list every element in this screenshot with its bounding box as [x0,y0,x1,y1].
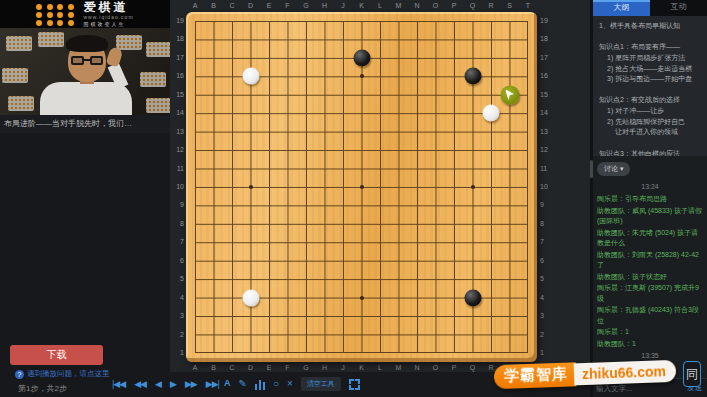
board-number: 13 [170,128,184,136]
fullscreen-icon[interactable] [349,379,360,390]
outline-line [599,138,703,149]
board-number: 4 [170,294,184,302]
board-letter: C [229,364,234,372]
board-number: 8 [170,220,184,228]
brand-title: 爱棋道 [83,1,133,13]
outline-line: 2) 先站稳阵脚保护好自己 [599,117,703,128]
board-number: 1 [540,349,554,357]
chat-message: 陶乐晨：引导布局思路 [597,194,703,205]
board-letter: H [322,364,327,372]
star-point [471,185,475,189]
board-number: 14 [540,109,554,117]
board-letter: P [452,2,457,10]
board-letter: O [433,2,438,10]
board-letter: K [359,2,364,10]
stone-white [483,105,500,122]
last-icon[interactable]: ▶▶| [206,377,219,391]
brand-slogan: 围棋改变人生 [83,22,133,27]
chat-messages: 13:24陶乐晨：引导布局思路助教团队：威风 (45833) 孩子请假(国际班)… [593,180,707,375]
tab-outline[interactable]: 大纲 [593,0,650,16]
chat-message: 陶乐晨：江奥斯 (39507) 完成升9级 [597,283,703,304]
board-letter: A [193,2,198,10]
wall-plaque [38,32,64,47]
board-number: 17 [540,54,554,62]
cross-tool-icon[interactable]: × [287,376,293,391]
chat-message: 助教团队：刘雨天 (25828) 42-42了 [597,250,703,271]
board-number: 9 [170,201,184,209]
board-letter: M [396,364,402,372]
wall-plaque [140,72,166,87]
star-point [249,185,253,189]
board-letter: N [414,364,419,372]
board-number: 2 [170,331,184,339]
board-number: 3 [540,312,554,320]
chat-message: 助教团队：威风 (45833) 孩子请假(国际班) [597,206,703,227]
board-number: 9 [540,201,554,209]
board-number: 12 [540,146,554,154]
board-letter: O [433,364,438,372]
board-letter: H [322,2,327,10]
prev-icon[interactable]: ◀ [155,377,161,391]
right-panel: 大纲互动 1、棋手具备布局早期认知 知识点1：布局要有序——1) 星阵开局稳步扩… [590,0,707,397]
stone-black [464,68,481,85]
board-letter: R [488,2,493,10]
outline-line: 1) 对子冲——让步 [599,106,703,117]
circle-tool-icon[interactable]: ○ [273,376,279,391]
board-letter: L [378,364,382,372]
wall-plaque [146,98,170,113]
board-number: 18 [540,35,554,43]
instructor-shirt [40,82,132,115]
outline-line: 知识点3：其他白棋的应法 [599,149,703,157]
star-point [360,74,364,78]
go-board[interactable] [186,12,537,362]
chat-message: 陶乐晨：1 [597,327,703,338]
wall-plaque [146,42,170,57]
board-region: AABBCCDDEEFFGGHHJJKKLLMMNNOOPPQQRRSSTT19… [170,0,590,372]
watermark-brand: 学霸智库 [494,362,577,389]
board-letter: A [193,364,198,372]
board-number: 13 [540,128,554,136]
outline-line: 2) 抢占大场——走出适当棋 [599,64,703,75]
outline-line: 知识点2：有交战后的选择 [599,95,703,106]
board-letter: P [452,364,457,372]
board-letter: F [285,364,289,372]
board-number: 18 [170,35,184,43]
board-number: 4 [540,294,554,302]
board-letter: D [248,2,253,10]
instructor-hair [66,35,108,52]
board-number: 1 [170,349,184,357]
left-sidebar: 爱棋道 www.iqidao.com 围棋改变人生 布局进阶——当对手脱先时，我… [0,0,170,397]
cursor-highlight [500,85,519,104]
board-letter: G [303,2,308,10]
board-number: 17 [170,54,184,62]
logo-dots-icon [36,4,76,24]
board-letter: J [341,364,345,372]
outline-line: 1) 星阵开局稳步扩张方法 [599,53,703,64]
stone-white [242,68,259,85]
board-number: 6 [170,257,184,265]
sequence-tool-icon[interactable] [255,380,265,390]
outline-line [599,32,703,43]
board-letter: N [414,2,419,10]
chat-timestamp: 13:35 [597,352,703,359]
brand-logo: 爱棋道 www.iqidao.com 围棋改变人生 [0,0,170,28]
wall-plaque [2,68,28,83]
board-number: 12 [170,146,184,154]
board-number: 11 [170,165,184,173]
panel-tabs: 大纲互动 [593,0,707,16]
first-icon[interactable]: |◀◀ [112,377,125,391]
board-number: 5 [540,275,554,283]
download-button[interactable]: 下载 [10,345,103,365]
board-letter: J [341,2,345,10]
instructor-hand [106,46,124,67]
stone-black [353,49,370,66]
watermark-site: zhiku66.com [574,360,677,386]
star-point [360,296,364,300]
annotation-tools: A ✎ ○ × 清空工具 [224,376,360,391]
board-letter: B [211,2,216,10]
board-letter: C [229,2,234,10]
board-number: 5 [170,275,184,283]
instructor-glasses [71,56,103,65]
wall-plaque [116,35,142,50]
wall-plaque [8,96,34,111]
outline-line [599,85,703,96]
clear-tools-button[interactable]: 清空工具 [301,377,341,391]
board-number: 10 [170,183,184,191]
star-point [360,185,364,189]
pen-tool-icon[interactable]: ✎ [239,376,247,391]
board-letter: K [359,364,364,372]
board-number: 15 [170,91,184,99]
next-icon[interactable]: ▶ [170,377,176,391]
wall-plaque [6,36,32,51]
board-number: 3 [170,312,184,320]
board-number: 7 [170,238,184,246]
stone-white [242,289,259,306]
chat-message: 助教团队：1 [597,339,703,350]
webcam-video [0,28,170,115]
forward-icon[interactable]: ▶▶ [185,377,197,391]
rewind-icon[interactable]: ◀◀ [134,377,146,391]
chat-timestamp: 13:24 [597,183,703,190]
board-letter: F [285,2,289,10]
board-letter: D [248,364,253,372]
outline-line: 1、棋手具备布局早期认知 [599,21,703,32]
board-letter: L [378,2,382,10]
stone-black [464,289,481,306]
board-letter: Q [470,364,475,372]
board-number: 7 [540,238,554,246]
chat-message: 陶乐晨：孔德盛 (40243) 符合3段位 [597,305,703,326]
lesson-caption: 布局进阶——当对手脱先时，我们… [0,115,170,133]
outline-line: 让对手进入你的领域 [599,127,703,138]
board-letter: T [526,2,530,10]
board-number: 19 [540,17,554,25]
board-number: 19 [170,17,184,25]
board-number: 16 [540,72,554,80]
board-letter: E [267,2,272,10]
board-number: 11 [540,165,554,173]
letter-tool-icon[interactable]: A [224,376,231,391]
board-number: 8 [540,220,554,228]
outline-line: 知识点1：布局要有序—— [599,42,703,53]
tab-interaction[interactable]: 互动 [650,0,707,16]
playback-controls: |◀◀◀◀◀▶▶▶▶▶| [112,377,219,391]
discuss-collapse-button[interactable]: 讨论 ▾ [597,162,630,176]
go-classroom-app: 爱棋道 www.iqidao.com 围棋改变人生 布局进阶——当对手脱先时，我… [0,0,707,397]
board-letter: S [507,2,512,10]
lesson-outline: 1、棋手具备布局早期认知 知识点1：布局要有序——1) 星阵开局稳步扩张方法2)… [593,16,707,156]
board-letter: B [211,364,216,372]
board-number: 2 [540,331,554,339]
outline-line: 3) 拆边与围边——开始中盘 [599,74,703,85]
brand-subtitle: www.iqidao.com [83,15,133,20]
board-letter: M [396,2,402,10]
chat-message: 助教团队：朱元绪 (5024) 孩子请教是什么 [597,228,703,249]
board-number: 10 [540,183,554,191]
board-number: 6 [540,257,554,265]
chat-message: 助教团队：孩子状态好 [597,272,703,283]
board-number: 14 [170,109,184,117]
board-letter: G [303,364,308,372]
board-letter: E [267,364,272,372]
board-number: 15 [540,91,554,99]
mouse-cursor-icon [505,89,514,100]
board-number: 16 [170,72,184,80]
board-letter: Q [470,2,475,10]
covered-ui-fragment: 同 [683,361,701,387]
